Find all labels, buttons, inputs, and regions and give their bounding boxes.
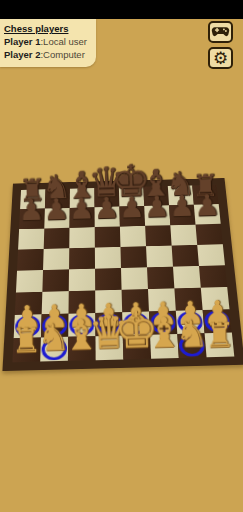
square-f5[interactable] — [146, 246, 173, 268]
square-e6[interactable] — [120, 226, 146, 247]
players-panel: Chess players Player 1:Local user Player… — [0, 19, 96, 67]
square-a4[interactable] — [16, 270, 43, 292]
chess-board: ♜♞♝♛♚♝♞♜♟♟♟♟♟♟♟♟♟♟♟♟♟♟♟♟♜♞♝♛♚♝♞♜ — [2, 178, 243, 371]
gear-icon: ⚙ — [213, 50, 228, 67]
square-f6[interactable] — [145, 225, 172, 246]
black-pawn-d7[interactable]: ♟ — [93, 194, 120, 224]
players-panel-title: Chess players — [4, 22, 91, 35]
player2-label: Player 2 — [4, 49, 40, 60]
square-a7[interactable]: ♟ — [19, 209, 45, 230]
black-pawn-f7[interactable]: ♟ — [144, 192, 171, 222]
square-g7[interactable]: ♟ — [169, 205, 195, 225]
status-bar — [0, 0, 243, 19]
square-c4[interactable] — [69, 269, 95, 291]
settings-button[interactable]: ⚙ — [208, 47, 233, 69]
square-h1[interactable]: ♜ — [205, 333, 235, 358]
black-pawn-g7[interactable]: ♟ — [169, 192, 196, 222]
player1-value: :Local user — [40, 36, 86, 47]
square-f4[interactable] — [147, 267, 174, 289]
black-pawn-a7[interactable]: ♟ — [18, 196, 45, 226]
square-e7[interactable]: ♟ — [119, 206, 145, 226]
black-pawn-c7[interactable]: ♟ — [68, 194, 95, 224]
square-b4[interactable] — [42, 269, 69, 291]
square-e5[interactable] — [120, 246, 147, 268]
square-b6[interactable] — [44, 228, 70, 249]
square-h7[interactable]: ♟ — [194, 204, 221, 224]
square-h4[interactable] — [199, 265, 227, 287]
square-c5[interactable] — [69, 248, 95, 270]
white-rook-h1[interactable]: ♜ — [204, 318, 235, 353]
square-g6[interactable] — [170, 224, 197, 245]
board-scene: ♜♞♝♛♚♝♞♜♟♟♟♟♟♟♟♟♟♟♟♟♟♟♟♟♜♞♝♛♚♝♞♜ — [5, 152, 237, 384]
square-c6[interactable] — [69, 227, 95, 248]
player2-row: Player 2:Computer — [4, 48, 91, 61]
black-pawn-h7[interactable]: ♟ — [194, 191, 221, 221]
square-f7[interactable]: ♟ — [144, 205, 170, 225]
gamepad-icon — [211, 26, 230, 38]
square-a5[interactable] — [17, 249, 44, 271]
square-h5[interactable] — [197, 244, 225, 266]
black-pawn-b7[interactable]: ♟ — [43, 195, 70, 225]
player2-value: :Computer — [40, 49, 84, 60]
square-d5[interactable] — [95, 247, 121, 269]
app-background: { "game": "chess", "position": { "fen": … — [0, 0, 243, 512]
black-pawn-e7[interactable]: ♟ — [119, 193, 146, 223]
square-h6[interactable] — [196, 224, 223, 245]
square-g4[interactable] — [173, 266, 201, 288]
square-d4[interactable] — [95, 268, 122, 290]
square-d6[interactable] — [95, 226, 121, 247]
player1-label: Player 1 — [4, 36, 40, 47]
square-a6[interactable] — [18, 228, 44, 249]
square-b5[interactable] — [43, 248, 69, 270]
square-g1[interactable]: ♞ — [177, 333, 206, 358]
square-b7[interactable]: ♟ — [44, 208, 69, 229]
square-g5[interactable] — [172, 245, 199, 267]
square-d7[interactable]: ♟ — [95, 207, 120, 227]
square-e4[interactable] — [121, 267, 148, 289]
player1-row: Player 1:Local user — [4, 35, 91, 48]
game-mode-button[interactable] — [208, 21, 233, 43]
square-c7[interactable]: ♟ — [70, 207, 95, 228]
